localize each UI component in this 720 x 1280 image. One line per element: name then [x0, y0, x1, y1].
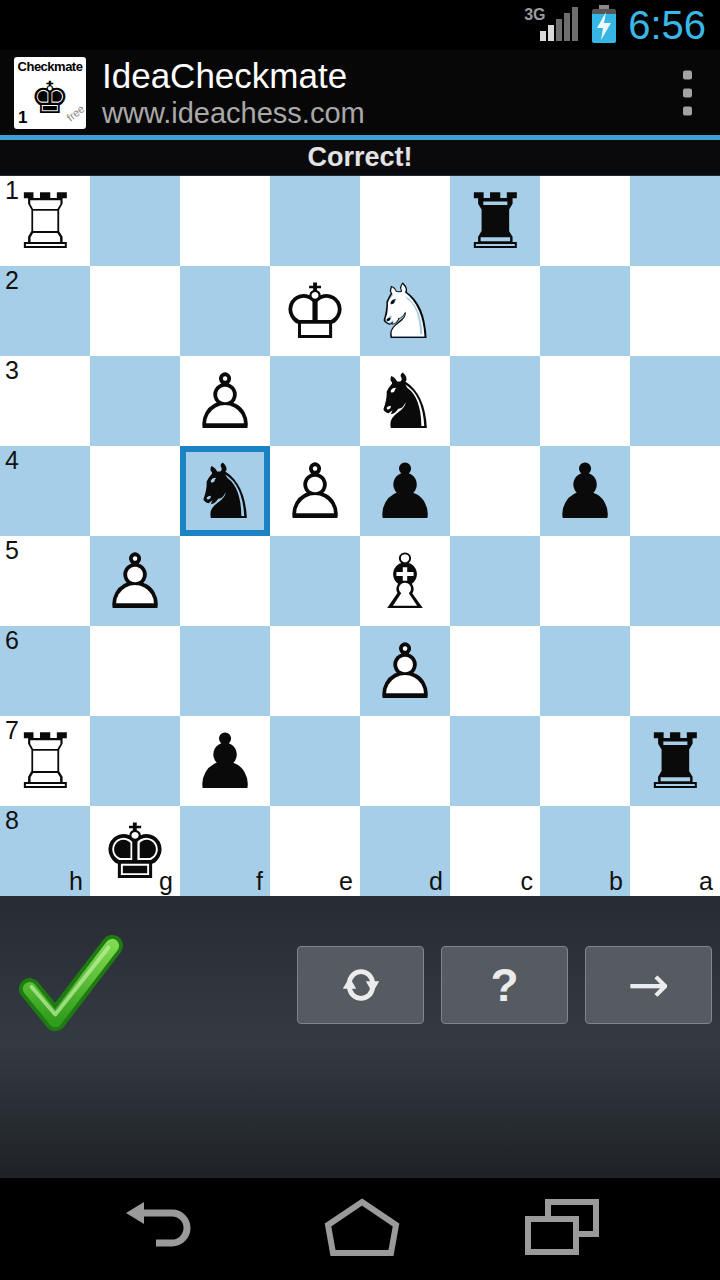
- square-e2[interactable]: ♚♔: [270, 266, 360, 356]
- puzzle-toolbar: ? →: [0, 896, 720, 1178]
- square-d6[interactable]: ♟♙: [360, 626, 450, 716]
- piece-black-pawn-d4: ♟: [360, 446, 450, 536]
- square-g4[interactable]: [90, 446, 180, 536]
- square-f2[interactable]: [180, 266, 270, 356]
- square-a2[interactable]: [630, 266, 720, 356]
- rank-label-6: 6: [5, 626, 19, 655]
- square-d7[interactable]: [360, 716, 450, 806]
- square-a5[interactable]: [630, 536, 720, 626]
- piece-white-pawn-f3: ♟♙: [180, 356, 270, 446]
- square-h6[interactable]: 6: [0, 626, 90, 716]
- square-d2[interactable]: ♞♘: [360, 266, 450, 356]
- question-icon: ?: [490, 958, 518, 1012]
- home-icon[interactable]: [320, 1195, 404, 1259]
- correct-checkmark-icon: [16, 930, 124, 1038]
- square-f8[interactable]: f: [180, 806, 270, 896]
- piece-black-knight-d3: ♞: [360, 356, 450, 446]
- square-a7[interactable]: ♜: [630, 716, 720, 806]
- back-icon[interactable]: [122, 1197, 202, 1257]
- app-header: Checkmate ♚ 1 free IdeaCheckmate www.ide…: [0, 50, 720, 140]
- square-e7[interactable]: [270, 716, 360, 806]
- square-b1[interactable]: [540, 176, 630, 266]
- signal-bars-icon: [540, 7, 578, 41]
- file-label-e: e: [339, 867, 353, 896]
- arrow-right-icon: →: [628, 956, 670, 1014]
- file-label-c: c: [521, 867, 534, 896]
- square-h3[interactable]: 3: [0, 356, 90, 446]
- logo-number: 1: [18, 108, 27, 128]
- piece-black-pawn-b4: ♟: [540, 446, 630, 536]
- square-g6[interactable]: [90, 626, 180, 716]
- file-label-f: f: [256, 867, 263, 896]
- piece-white-knight-d2: ♞♘: [360, 266, 450, 356]
- square-h2[interactable]: 2: [0, 266, 90, 356]
- status-time: 6:56: [628, 0, 706, 50]
- file-label-h: h: [69, 867, 83, 896]
- hint-button[interactable]: ?: [441, 946, 568, 1024]
- app-subtitle: www.ideachess.com: [102, 96, 365, 130]
- square-c8[interactable]: c: [450, 806, 540, 896]
- piece-black-knight-f4: ♞: [180, 446, 270, 536]
- square-f1[interactable]: [180, 176, 270, 266]
- square-b5[interactable]: [540, 536, 630, 626]
- square-h1[interactable]: 1♜♖: [0, 176, 90, 266]
- piece-black-rook-a7: ♜: [630, 716, 720, 806]
- square-b8[interactable]: b: [540, 806, 630, 896]
- app-logo: Checkmate ♚ 1 free: [14, 57, 86, 129]
- rank-label-4: 4: [5, 446, 19, 475]
- square-c3[interactable]: [450, 356, 540, 446]
- piece-black-rook-c1: ♜: [450, 176, 540, 266]
- refresh-icon: [338, 962, 384, 1008]
- square-c5[interactable]: [450, 536, 540, 626]
- rank-label-3: 3: [5, 356, 19, 385]
- square-g8[interactable]: g♚: [90, 806, 180, 896]
- rank-label-8: 8: [5, 806, 19, 835]
- piece-black-pawn-f7: ♟: [180, 716, 270, 806]
- square-h8[interactable]: 8h: [0, 806, 90, 896]
- app-title: IdeaCheckmate: [102, 56, 365, 96]
- overflow-menu-icon[interactable]: [677, 64, 698, 121]
- square-f3[interactable]: ♟♙: [180, 356, 270, 446]
- square-f6[interactable]: [180, 626, 270, 716]
- status-bar: 3G 6:56: [0, 0, 720, 50]
- square-g7[interactable]: [90, 716, 180, 806]
- square-g1[interactable]: [90, 176, 180, 266]
- square-b6[interactable]: [540, 626, 630, 716]
- square-e1[interactable]: [270, 176, 360, 266]
- square-c4[interactable]: [450, 446, 540, 536]
- square-b2[interactable]: [540, 266, 630, 356]
- screen: 3G 6:56 Checkmate ♚ 1 free IdeaChec: [0, 0, 720, 1280]
- piece-white-pawn-e4: ♟♙: [270, 446, 360, 536]
- rank-label-2: 2: [5, 266, 19, 295]
- chess-board: 1♜♖♜2♚♔♞♘3♟♙♞4♞♟♙♟♟5♟♙♝♗6♟♙7♜♖♟♜8hg♚fedc…: [0, 176, 720, 896]
- next-puzzle-button[interactable]: →: [585, 946, 712, 1024]
- piece-black-king-g8: ♚: [90, 806, 180, 896]
- square-e8[interactable]: e: [270, 806, 360, 896]
- square-b7[interactable]: [540, 716, 630, 806]
- square-e4[interactable]: ♟♙: [270, 446, 360, 536]
- header-titles: IdeaCheckmate www.ideachess.com: [102, 56, 365, 130]
- retry-button[interactable]: [297, 946, 424, 1024]
- square-b4[interactable]: ♟: [540, 446, 630, 536]
- square-g5[interactable]: ♟♙: [90, 536, 180, 626]
- piece-white-rook-h7: ♜♖: [0, 716, 90, 806]
- square-a1[interactable]: [630, 176, 720, 266]
- square-f5[interactable]: [180, 536, 270, 626]
- file-label-d: d: [429, 867, 443, 896]
- square-d1[interactable]: [360, 176, 450, 266]
- square-d4[interactable]: ♟: [360, 446, 450, 536]
- square-g2[interactable]: [90, 266, 180, 356]
- square-h4[interactable]: 4: [0, 446, 90, 536]
- piece-white-pawn-d6: ♟♙: [360, 626, 450, 716]
- square-c1[interactable]: ♜: [450, 176, 540, 266]
- square-d5[interactable]: ♝♗: [360, 536, 450, 626]
- square-c2[interactable]: [450, 266, 540, 356]
- file-label-b: b: [609, 867, 623, 896]
- square-a6[interactable]: [630, 626, 720, 716]
- square-f7[interactable]: ♟: [180, 716, 270, 806]
- signal-strength-icon: 3G: [524, 6, 580, 44]
- piece-white-king-e2: ♚♔: [270, 266, 360, 356]
- piece-white-rook-h1: ♜♖: [0, 176, 90, 266]
- square-a4[interactable]: [630, 446, 720, 536]
- square-e6[interactable]: [270, 626, 360, 716]
- square-f4[interactable]: ♞: [180, 446, 270, 536]
- square-d8[interactable]: d: [360, 806, 450, 896]
- piece-white-bishop-d5: ♝♗: [360, 536, 450, 626]
- square-g3[interactable]: [90, 356, 180, 446]
- square-a3[interactable]: [630, 356, 720, 446]
- square-c6[interactable]: [450, 626, 540, 716]
- battery-charging-icon: [592, 5, 616, 45]
- square-e5[interactable]: [270, 536, 360, 626]
- square-c7[interactable]: [450, 716, 540, 806]
- recents-icon[interactable]: [520, 1195, 604, 1259]
- square-d3[interactable]: ♞: [360, 356, 450, 446]
- square-b3[interactable]: [540, 356, 630, 446]
- square-a8[interactable]: a: [630, 806, 720, 896]
- file-label-a: a: [699, 867, 713, 896]
- square-h5[interactable]: 5: [0, 536, 90, 626]
- square-h7[interactable]: 7♜♖: [0, 716, 90, 806]
- square-e3[interactable]: [270, 356, 360, 446]
- rank-label-5: 5: [5, 536, 19, 565]
- result-banner: Correct!: [0, 140, 720, 176]
- piece-white-pawn-g5: ♟♙: [90, 536, 180, 626]
- result-banner-text: Correct!: [307, 142, 412, 173]
- android-nav-bar: [0, 1178, 720, 1276]
- lightning-bolt-icon: [592, 9, 616, 43]
